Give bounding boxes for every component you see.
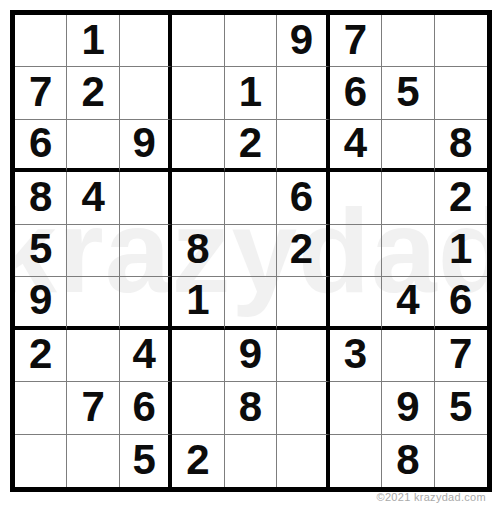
cell-r2c1[interactable]: 7 — [15, 67, 67, 119]
cell-r7c5[interactable]: 9 — [225, 330, 277, 382]
given-digit: 6 — [449, 279, 472, 321]
given-digit: 9 — [239, 333, 262, 375]
given-digit: 2 — [290, 228, 313, 270]
cell-r7c6[interactable] — [277, 330, 329, 382]
given-digit: 6 — [132, 386, 155, 428]
given-digit: 8 — [186, 228, 209, 270]
cell-r1c9[interactable] — [435, 15, 487, 67]
cell-r9c3[interactable]: 5 — [120, 435, 172, 487]
given-digit: 2 — [186, 439, 209, 481]
cell-r4c9[interactable]: 2 — [435, 172, 487, 224]
cell-r4c6[interactable]: 6 — [277, 172, 329, 224]
cell-r5c5[interactable] — [225, 225, 277, 277]
cell-r3c2[interactable] — [67, 120, 119, 172]
cell-r3c3[interactable]: 9 — [120, 120, 172, 172]
given-digit: 8 — [239, 386, 262, 428]
given-digit: 7 — [449, 333, 472, 375]
given-digit: 6 — [29, 122, 52, 164]
cell-r5c9[interactable]: 1 — [435, 225, 487, 277]
cell-r9c8[interactable]: 8 — [382, 435, 434, 487]
given-digit: 8 — [396, 439, 419, 481]
given-digit: 1 — [81, 19, 104, 61]
cell-r8c6[interactable] — [277, 382, 329, 434]
given-digit: 4 — [132, 333, 155, 375]
given-digit: 5 — [449, 386, 472, 428]
given-digit: 7 — [29, 71, 52, 113]
cell-r9c1[interactable] — [15, 435, 67, 487]
cell-r3c5[interactable]: 2 — [225, 120, 277, 172]
cell-r9c5[interactable] — [225, 435, 277, 487]
given-digit: 8 — [449, 122, 472, 164]
cell-r2c8[interactable]: 5 — [382, 67, 434, 119]
cell-r4c3[interactable] — [120, 172, 172, 224]
cell-r1c4[interactable] — [172, 15, 224, 67]
given-digit: 9 — [396, 386, 419, 428]
given-digit: 3 — [344, 333, 367, 375]
given-digit: 8 — [29, 176, 52, 218]
cell-r7c3[interactable]: 4 — [120, 330, 172, 382]
given-digit: 5 — [29, 228, 52, 270]
given-digit: 7 — [344, 19, 367, 61]
cell-r1c1[interactable] — [15, 15, 67, 67]
cell-r5c8[interactable] — [382, 225, 434, 277]
cell-r9c2[interactable] — [67, 435, 119, 487]
cell-r4c2[interactable]: 4 — [67, 172, 119, 224]
given-digit: 2 — [449, 176, 472, 218]
cell-r6c8[interactable]: 4 — [382, 277, 434, 329]
given-digit: 6 — [290, 176, 313, 218]
cell-r8c7[interactable] — [330, 382, 382, 434]
cell-r4c5[interactable] — [225, 172, 277, 224]
given-digit: 4 — [396, 279, 419, 321]
cell-r6c6[interactable] — [277, 277, 329, 329]
cell-r2c7[interactable]: 6 — [330, 67, 382, 119]
cell-r2c2[interactable]: 2 — [67, 67, 119, 119]
sudoku-board: krazydad 1977216569248846258219146249377… — [10, 10, 492, 492]
cell-r1c3[interactable] — [120, 15, 172, 67]
cell-r6c9[interactable]: 6 — [435, 277, 487, 329]
cell-r9c6[interactable] — [277, 435, 329, 487]
cell-r8c8[interactable]: 9 — [382, 382, 434, 434]
given-digit: 4 — [344, 122, 367, 164]
cell-r4c4[interactable] — [172, 172, 224, 224]
cell-r9c4[interactable]: 2 — [172, 435, 224, 487]
given-digit: 4 — [81, 176, 104, 218]
cell-r8c5[interactable]: 8 — [225, 382, 277, 434]
cell-r5c3[interactable] — [120, 225, 172, 277]
cell-r1c6[interactable]: 9 — [277, 15, 329, 67]
cell-r7c1[interactable]: 2 — [15, 330, 67, 382]
cell-r5c6[interactable]: 2 — [277, 225, 329, 277]
cell-r6c4[interactable]: 1 — [172, 277, 224, 329]
cell-r2c9[interactable] — [435, 67, 487, 119]
cell-r5c7[interactable] — [330, 225, 382, 277]
cell-r6c7[interactable] — [330, 277, 382, 329]
cell-r3c1[interactable]: 6 — [15, 120, 67, 172]
cell-r8c9[interactable]: 5 — [435, 382, 487, 434]
cell-r1c5[interactable] — [225, 15, 277, 67]
given-digit: 1 — [186, 279, 209, 321]
given-digit: 9 — [290, 19, 313, 61]
given-digit: 5 — [396, 71, 419, 113]
cell-r7c4[interactable] — [172, 330, 224, 382]
given-digit: 5 — [132, 439, 155, 481]
given-digit: 9 — [29, 279, 52, 321]
cell-r8c2[interactable]: 7 — [67, 382, 119, 434]
cell-r3c7[interactable]: 4 — [330, 120, 382, 172]
cell-r5c1[interactable]: 5 — [15, 225, 67, 277]
given-digit: 9 — [132, 122, 155, 164]
cell-r7c9[interactable]: 7 — [435, 330, 487, 382]
cell-r4c7[interactable] — [330, 172, 382, 224]
given-digit: 1 — [449, 228, 472, 270]
cell-r7c7[interactable]: 3 — [330, 330, 382, 382]
given-digit: 2 — [239, 122, 262, 164]
cell-r6c1[interactable]: 9 — [15, 277, 67, 329]
cell-r8c1[interactable] — [15, 382, 67, 434]
cell-r2c3[interactable] — [120, 67, 172, 119]
cell-r2c5[interactable]: 1 — [225, 67, 277, 119]
cell-r6c3[interactable] — [120, 277, 172, 329]
cell-r5c2[interactable] — [67, 225, 119, 277]
cell-r8c3[interactable]: 6 — [120, 382, 172, 434]
given-digit: 1 — [239, 71, 262, 113]
given-digit: 6 — [344, 71, 367, 113]
cell-r4c8[interactable] — [382, 172, 434, 224]
cell-r9c9[interactable] — [435, 435, 487, 487]
cell-r7c8[interactable] — [382, 330, 434, 382]
cell-r3c4[interactable] — [172, 120, 224, 172]
given-digit: 7 — [81, 386, 104, 428]
cell-r7c2[interactable] — [67, 330, 119, 382]
copyright-text: ©2021 krazydad.com — [376, 491, 486, 503]
cell-r6c2[interactable] — [67, 277, 119, 329]
cell-r2c6[interactable] — [277, 67, 329, 119]
cell-r1c2[interactable]: 1 — [67, 15, 119, 67]
cell-r3c6[interactable] — [277, 120, 329, 172]
cell-r2c4[interactable] — [172, 67, 224, 119]
cell-r1c8[interactable] — [382, 15, 434, 67]
sudoku-page: krazydad 1977216569248846258219146249377… — [0, 0, 500, 510]
cell-r1c7[interactable]: 7 — [330, 15, 382, 67]
cell-r5c4[interactable]: 8 — [172, 225, 224, 277]
given-digit: 2 — [29, 333, 52, 375]
cell-r6c5[interactable] — [225, 277, 277, 329]
cell-r9c7[interactable] — [330, 435, 382, 487]
cell-r3c8[interactable] — [382, 120, 434, 172]
cell-r3c9[interactable]: 8 — [435, 120, 487, 172]
cell-r4c1[interactable]: 8 — [15, 172, 67, 224]
cell-r8c4[interactable] — [172, 382, 224, 434]
given-digit: 2 — [81, 71, 104, 113]
